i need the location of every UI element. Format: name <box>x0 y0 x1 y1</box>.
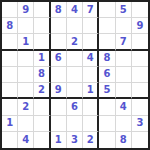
cell-r5c4[interactable] <box>51 67 67 83</box>
cell-r9c2[interactable]: 4 <box>18 132 34 148</box>
cell-r1c6[interactable]: 7 <box>83 2 99 18</box>
cell-r5c6[interactable] <box>83 67 99 83</box>
cell-r6c4[interactable]: 9 <box>51 83 67 99</box>
cell-r4c8[interactable] <box>116 51 132 67</box>
cell-r1c7[interactable] <box>99 2 115 18</box>
cell-r8c4[interactable] <box>51 116 67 132</box>
cell-r3c6[interactable] <box>83 34 99 50</box>
cell-r4c6[interactable]: 4 <box>83 51 99 67</box>
cell-r4c2[interactable] <box>18 51 34 67</box>
cell-r8c3[interactable] <box>34 116 50 132</box>
cell-r2c8[interactable] <box>116 18 132 34</box>
cell-r3c2[interactable]: 1 <box>18 34 34 50</box>
cell-r2c1[interactable]: 8 <box>2 18 18 34</box>
cell-r5c7[interactable]: 6 <box>99 67 115 83</box>
cell-r6c3[interactable]: 2 <box>34 83 50 99</box>
cell-r2c2[interactable] <box>18 18 34 34</box>
cell-r5c9[interactable] <box>132 67 148 83</box>
cell-r7c5[interactable]: 6 <box>67 99 83 115</box>
cell-r2c7[interactable] <box>99 18 115 34</box>
cell-r7c3[interactable] <box>34 99 50 115</box>
cell-r3c9[interactable] <box>132 34 148 50</box>
cell-r8c9[interactable]: 3 <box>132 116 148 132</box>
cell-r2c5[interactable] <box>67 18 83 34</box>
cell-r7c6[interactable] <box>83 99 99 115</box>
cell-r3c7[interactable] <box>99 34 115 50</box>
cell-r6c9[interactable] <box>132 83 148 99</box>
cell-r6c6[interactable]: 1 <box>83 83 99 99</box>
cell-r7c8[interactable]: 4 <box>116 99 132 115</box>
cell-r5c3[interactable]: 8 <box>34 67 50 83</box>
cell-r8c5[interactable] <box>67 116 83 132</box>
cell-r7c9[interactable] <box>132 99 148 115</box>
cell-r9c1[interactable] <box>2 132 18 148</box>
cell-r6c1[interactable] <box>2 83 18 99</box>
cell-r9c5[interactable]: 3 <box>67 132 83 148</box>
cell-r6c2[interactable] <box>18 83 34 99</box>
cell-r4c1[interactable] <box>2 51 18 67</box>
cell-r1c5[interactable]: 4 <box>67 2 83 18</box>
cell-r1c3[interactable] <box>34 2 50 18</box>
cell-r8c1[interactable]: 1 <box>2 116 18 132</box>
cell-r2c9[interactable]: 9 <box>132 18 148 34</box>
cell-r3c3[interactable] <box>34 34 50 50</box>
cell-r4c7[interactable]: 8 <box>99 51 115 67</box>
cell-r3c5[interactable]: 2 <box>67 34 83 50</box>
cell-r2c6[interactable] <box>83 18 99 34</box>
cell-r9c7[interactable] <box>99 132 115 148</box>
cell-r7c2[interactable]: 2 <box>18 99 34 115</box>
cell-r9c3[interactable] <box>34 132 50 148</box>
sudoku-board: 984758912716488629152641341328 <box>0 0 150 150</box>
cell-r6c5[interactable] <box>67 83 83 99</box>
cell-r7c7[interactable] <box>99 99 115 115</box>
cell-r5c2[interactable] <box>18 67 34 83</box>
cell-r9c6[interactable]: 2 <box>83 132 99 148</box>
cell-r3c1[interactable] <box>2 34 18 50</box>
cell-r2c4[interactable] <box>51 18 67 34</box>
cell-r4c5[interactable] <box>67 51 83 67</box>
cell-r9c9[interactable] <box>132 132 148 148</box>
cell-r3c8[interactable]: 7 <box>116 34 132 50</box>
cell-r1c8[interactable]: 5 <box>116 2 132 18</box>
cell-r7c1[interactable] <box>2 99 18 115</box>
cell-r9c4[interactable]: 1 <box>51 132 67 148</box>
cell-r8c7[interactable] <box>99 116 115 132</box>
cell-r9c8[interactable]: 8 <box>116 132 132 148</box>
cell-r5c1[interactable] <box>2 67 18 83</box>
cell-r5c5[interactable] <box>67 67 83 83</box>
cell-r4c4[interactable]: 6 <box>51 51 67 67</box>
cell-r1c9[interactable] <box>132 2 148 18</box>
cell-r6c7[interactable]: 5 <box>99 83 115 99</box>
cell-r8c2[interactable] <box>18 116 34 132</box>
cell-r5c8[interactable] <box>116 67 132 83</box>
cell-r8c6[interactable] <box>83 116 99 132</box>
cell-r1c4[interactable]: 8 <box>51 2 67 18</box>
cell-r6c8[interactable] <box>116 83 132 99</box>
cell-r1c2[interactable]: 9 <box>18 2 34 18</box>
cell-r4c3[interactable]: 1 <box>34 51 50 67</box>
cell-r7c4[interactable] <box>51 99 67 115</box>
cell-r3c4[interactable] <box>51 34 67 50</box>
cell-r1c1[interactable] <box>2 2 18 18</box>
cell-r4c9[interactable] <box>132 51 148 67</box>
cell-r2c3[interactable] <box>34 18 50 34</box>
cell-r8c8[interactable] <box>116 116 132 132</box>
